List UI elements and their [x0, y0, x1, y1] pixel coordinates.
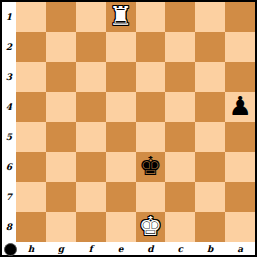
black-pawn[interactable]: ♟: [228, 93, 251, 119]
chess-diagram-frame: 12345678 ♜♟♚♚ hgfedcba: [0, 0, 257, 257]
rank-label-2: 2: [2, 32, 16, 62]
square-d2[interactable]: [136, 32, 166, 62]
square-b8[interactable]: [195, 212, 225, 242]
square-h6[interactable]: [16, 152, 46, 182]
square-e8[interactable]: [106, 212, 136, 242]
square-c4[interactable]: [165, 92, 195, 122]
square-e5[interactable]: [106, 122, 136, 152]
square-f6[interactable]: [76, 152, 106, 182]
square-h8[interactable]: [16, 212, 46, 242]
square-f2[interactable]: [76, 32, 106, 62]
file-label-c: c: [165, 242, 195, 255]
square-g1[interactable]: [46, 2, 76, 32]
file-label-f: f: [76, 242, 106, 255]
square-e3[interactable]: [106, 62, 136, 92]
rank-label-1: 1: [2, 2, 16, 32]
square-h1[interactable]: [16, 2, 46, 32]
square-f5[interactable]: [76, 122, 106, 152]
square-h2[interactable]: [16, 32, 46, 62]
square-c7[interactable]: [165, 182, 195, 212]
black-to-move-indicator-icon: [4, 243, 17, 256]
file-label-b: b: [195, 242, 225, 255]
rank-label-4: 4: [2, 92, 16, 122]
square-d6[interactable]: ♚: [136, 152, 166, 182]
square-d4[interactable]: [136, 92, 166, 122]
rank-label-7: 7: [2, 182, 16, 212]
square-d1[interactable]: [136, 2, 166, 32]
square-g6[interactable]: [46, 152, 76, 182]
square-e2[interactable]: [106, 32, 136, 62]
square-g8[interactable]: [46, 212, 76, 242]
square-g3[interactable]: [46, 62, 76, 92]
file-label-e: e: [106, 242, 136, 255]
rank-labels: 12345678: [2, 2, 16, 242]
square-f3[interactable]: [76, 62, 106, 92]
chess-board: ♜♟♚♚: [16, 2, 255, 242]
square-h3[interactable]: [16, 62, 46, 92]
square-a8[interactable]: [225, 212, 255, 242]
rank-label-5: 5: [2, 122, 16, 152]
rank-label-6: 6: [2, 152, 16, 182]
square-g5[interactable]: [46, 122, 76, 152]
white-rook[interactable]: ♜: [109, 3, 132, 29]
square-b7[interactable]: [195, 182, 225, 212]
square-g4[interactable]: [46, 92, 76, 122]
file-labels: hgfedcba: [16, 242, 255, 255]
square-h4[interactable]: [16, 92, 46, 122]
square-a2[interactable]: [225, 32, 255, 62]
file-label-g: g: [46, 242, 76, 255]
square-f7[interactable]: [76, 182, 106, 212]
square-b1[interactable]: [195, 2, 225, 32]
file-label-a: a: [225, 242, 255, 255]
square-d8[interactable]: ♚: [136, 212, 166, 242]
square-c1[interactable]: [165, 2, 195, 32]
square-b3[interactable]: [195, 62, 225, 92]
square-f1[interactable]: [76, 2, 106, 32]
square-b2[interactable]: [195, 32, 225, 62]
square-a7[interactable]: [225, 182, 255, 212]
square-c2[interactable]: [165, 32, 195, 62]
square-d3[interactable]: [136, 62, 166, 92]
black-king[interactable]: ♚: [139, 153, 162, 179]
square-h7[interactable]: [16, 182, 46, 212]
square-d5[interactable]: [136, 122, 166, 152]
square-e7[interactable]: [106, 182, 136, 212]
square-a1[interactable]: [225, 2, 255, 32]
square-e1[interactable]: ♜: [106, 2, 136, 32]
square-g7[interactable]: [46, 182, 76, 212]
square-c8[interactable]: [165, 212, 195, 242]
square-f4[interactable]: [76, 92, 106, 122]
square-h5[interactable]: [16, 122, 46, 152]
square-b6[interactable]: [195, 152, 225, 182]
square-a6[interactable]: [225, 152, 255, 182]
square-b4[interactable]: [195, 92, 225, 122]
square-c5[interactable]: [165, 122, 195, 152]
square-a3[interactable]: [225, 62, 255, 92]
square-f8[interactable]: [76, 212, 106, 242]
file-label-d: d: [136, 242, 166, 255]
file-label-h: h: [16, 242, 46, 255]
white-king[interactable]: ♚: [139, 213, 162, 239]
square-e6[interactable]: [106, 152, 136, 182]
square-e4[interactable]: [106, 92, 136, 122]
square-c3[interactable]: [165, 62, 195, 92]
square-g2[interactable]: [46, 32, 76, 62]
square-c6[interactable]: [165, 152, 195, 182]
rank-label-8: 8: [2, 212, 16, 242]
square-a5[interactable]: [225, 122, 255, 152]
square-b5[interactable]: [195, 122, 225, 152]
rank-label-3: 3: [2, 62, 16, 92]
square-a4[interactable]: ♟: [225, 92, 255, 122]
square-d7[interactable]: [136, 182, 166, 212]
